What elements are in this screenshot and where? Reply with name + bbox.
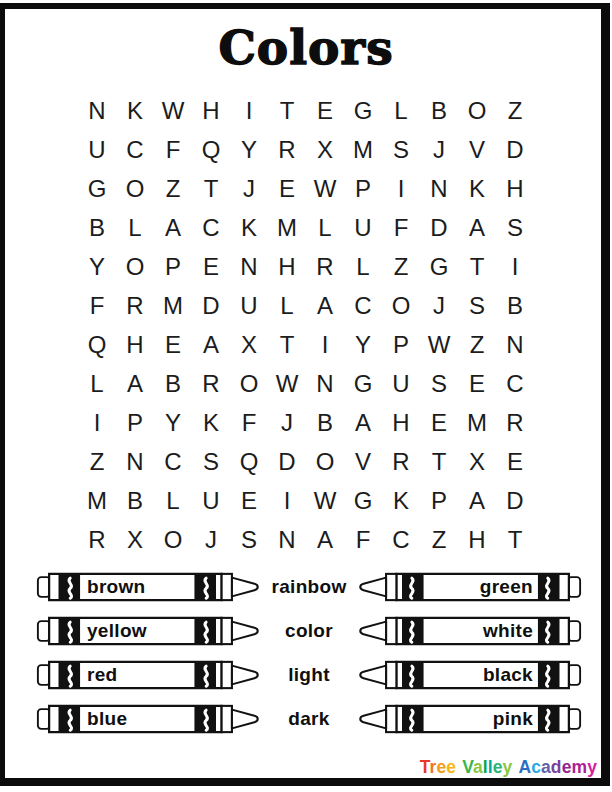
word-label: pink bbox=[493, 708, 533, 730]
grid-letter: F bbox=[230, 403, 268, 442]
grid-letter: D bbox=[192, 286, 230, 325]
grid-letter: T bbox=[496, 520, 534, 559]
grid-letter: T bbox=[420, 442, 458, 481]
grid-letter: P bbox=[382, 325, 420, 364]
grid-letter: K bbox=[230, 208, 268, 247]
grid-letter: O bbox=[116, 247, 154, 286]
grid-letter: E bbox=[230, 481, 268, 520]
crayon-icon bbox=[32, 572, 265, 602]
grid-letter: Z bbox=[496, 91, 534, 130]
grid-letter: O bbox=[306, 442, 344, 481]
word-label: light bbox=[265, 664, 353, 686]
grid-letter: E bbox=[154, 325, 192, 364]
grid-letter: Y bbox=[230, 130, 268, 169]
grid-letter: Y bbox=[78, 247, 116, 286]
grid-letter: M bbox=[268, 208, 306, 247]
grid-letter: X bbox=[230, 325, 268, 364]
grid-letter: P bbox=[116, 403, 154, 442]
word-label: green bbox=[480, 576, 533, 598]
grid-letter: H bbox=[458, 520, 496, 559]
crayon-icon bbox=[353, 572, 586, 602]
crayon-green: green bbox=[353, 572, 586, 602]
grid-letter: B bbox=[78, 208, 116, 247]
grid-letter: J bbox=[420, 130, 458, 169]
grid-letter: R bbox=[116, 286, 154, 325]
grid-letter: H bbox=[192, 91, 230, 130]
grid-letter: C bbox=[344, 286, 382, 325]
grid-letter: R bbox=[192, 364, 230, 403]
grid-letter: N bbox=[116, 442, 154, 481]
grid-letter: H bbox=[382, 403, 420, 442]
grid-letter: L bbox=[116, 208, 154, 247]
brand-letter: e bbox=[436, 757, 446, 777]
grid-letter: Y bbox=[154, 403, 192, 442]
word-label: dark bbox=[265, 708, 353, 730]
grid-letter: A bbox=[306, 520, 344, 559]
grid-letter: L bbox=[78, 364, 116, 403]
grid-letter: R bbox=[496, 403, 534, 442]
grid-letter: H bbox=[116, 325, 154, 364]
grid-letter: L bbox=[344, 247, 382, 286]
grid-letter: N bbox=[420, 169, 458, 208]
grid-letter: N bbox=[78, 91, 116, 130]
grid-letter: Z bbox=[458, 325, 496, 364]
brand-letter: c bbox=[531, 757, 541, 777]
grid-letter: B bbox=[496, 286, 534, 325]
crayon-icon bbox=[32, 616, 265, 646]
grid-letter: G bbox=[78, 169, 116, 208]
word-label: white bbox=[483, 620, 533, 642]
letter-grid: NKWHITEGLBOZUCFQYRXMSJVDGOZTJEWPINKHBLAC… bbox=[78, 91, 534, 559]
grid-letter: J bbox=[230, 169, 268, 208]
brand-letter: y bbox=[503, 757, 513, 777]
grid-letter: Z bbox=[382, 247, 420, 286]
grid-letter: A bbox=[458, 208, 496, 247]
word-label: red bbox=[87, 664, 117, 686]
grid-letter: S bbox=[230, 520, 268, 559]
brand-letter: V bbox=[462, 757, 473, 777]
grid-letter: K bbox=[458, 169, 496, 208]
crayon-icon bbox=[353, 660, 586, 690]
word-list-row: bluedarkpink bbox=[32, 704, 580, 734]
grid-letter: P bbox=[154, 247, 192, 286]
grid-letter: P bbox=[344, 169, 382, 208]
grid-letter: C bbox=[154, 442, 192, 481]
grid-letter: M bbox=[458, 403, 496, 442]
grid-letter: T bbox=[268, 91, 306, 130]
grid-letter: H bbox=[496, 169, 534, 208]
grid-letter: H bbox=[268, 247, 306, 286]
grid-letter: A bbox=[344, 403, 382, 442]
grid-letter: G bbox=[344, 481, 382, 520]
brand-letter: y bbox=[587, 757, 597, 777]
grid-letter: I bbox=[496, 247, 534, 286]
grid-letter: I bbox=[268, 481, 306, 520]
grid-letter: L bbox=[382, 91, 420, 130]
grid-letter: K bbox=[116, 91, 154, 130]
grid-letter: E bbox=[458, 364, 496, 403]
grid-letter: D bbox=[420, 208, 458, 247]
grid-letter: M bbox=[78, 481, 116, 520]
grid-letter: T bbox=[458, 247, 496, 286]
grid-letter: W bbox=[306, 169, 344, 208]
grid-letter: Z bbox=[78, 442, 116, 481]
grid-letter: S bbox=[420, 364, 458, 403]
grid-letter: D bbox=[496, 481, 534, 520]
brand-letter: m bbox=[571, 757, 587, 777]
crayon-red: red bbox=[32, 660, 265, 690]
grid-letter: B bbox=[306, 403, 344, 442]
grid-letter: P bbox=[420, 481, 458, 520]
grid-letter: X bbox=[306, 130, 344, 169]
grid-letter: O bbox=[154, 520, 192, 559]
grid-letter: G bbox=[420, 247, 458, 286]
grid-letter: Q bbox=[230, 442, 268, 481]
word-label: brown bbox=[87, 576, 146, 598]
grid-letter: J bbox=[268, 403, 306, 442]
crayon-blue: blue bbox=[32, 704, 265, 734]
grid-letter: X bbox=[458, 442, 496, 481]
grid-letter: W bbox=[420, 325, 458, 364]
puzzle-title: Colors bbox=[0, 22, 612, 74]
grid-letter: F bbox=[382, 208, 420, 247]
grid-letter: O bbox=[382, 286, 420, 325]
grid-letter: W bbox=[268, 364, 306, 403]
grid-letter: C bbox=[382, 520, 420, 559]
crayon-icon bbox=[32, 660, 265, 690]
grid-letter: D bbox=[496, 130, 534, 169]
brand-letter: d bbox=[551, 757, 562, 777]
grid-letter: U bbox=[344, 208, 382, 247]
grid-letter: C bbox=[192, 208, 230, 247]
grid-letter: J bbox=[192, 520, 230, 559]
grid-letter: N bbox=[496, 325, 534, 364]
word-list-row: yellowcolorwhite bbox=[32, 616, 580, 646]
grid-letter: S bbox=[458, 286, 496, 325]
grid-letter: Z bbox=[420, 520, 458, 559]
grid-letter: R bbox=[306, 247, 344, 286]
grid-letter: Q bbox=[192, 130, 230, 169]
grid-letter: F bbox=[344, 520, 382, 559]
grid-letter: M bbox=[344, 130, 382, 169]
grid-letter: C bbox=[116, 130, 154, 169]
brand-letter: A bbox=[518, 757, 531, 777]
grid-letter: U bbox=[382, 364, 420, 403]
brand-logo: TreeValleyAcademy bbox=[420, 757, 597, 778]
crayon-icon bbox=[353, 704, 586, 734]
brand-letter: e bbox=[446, 757, 456, 777]
crayon-black: black bbox=[353, 660, 586, 690]
grid-letter: R bbox=[268, 130, 306, 169]
grid-letter: S bbox=[382, 130, 420, 169]
word-label: black bbox=[483, 664, 533, 686]
crayon-pink: pink bbox=[353, 704, 586, 734]
word-list-row: brownrainbowgreen bbox=[32, 572, 580, 602]
grid-letter: Q bbox=[78, 325, 116, 364]
grid-letter: I bbox=[230, 91, 268, 130]
grid-letter: B bbox=[420, 91, 458, 130]
grid-letter: N bbox=[306, 364, 344, 403]
brand-letter: T bbox=[420, 757, 430, 777]
grid-letter: E bbox=[268, 169, 306, 208]
grid-letter: K bbox=[192, 403, 230, 442]
grid-letter: R bbox=[78, 520, 116, 559]
grid-letter: S bbox=[496, 208, 534, 247]
grid-letter: T bbox=[192, 169, 230, 208]
grid-letter: E bbox=[306, 91, 344, 130]
crayon-white: white bbox=[353, 616, 586, 646]
word-label: color bbox=[265, 620, 353, 642]
brand-letter: a bbox=[541, 757, 551, 777]
grid-letter: C bbox=[496, 364, 534, 403]
grid-letter: G bbox=[344, 364, 382, 403]
grid-letter: L bbox=[306, 208, 344, 247]
grid-letter: F bbox=[154, 130, 192, 169]
grid-letter: B bbox=[116, 481, 154, 520]
crayon-brown: brown bbox=[32, 572, 265, 602]
grid-letter: O bbox=[458, 91, 496, 130]
grid-letter: L bbox=[154, 481, 192, 520]
word-label: yellow bbox=[87, 620, 147, 642]
brand-letter: e bbox=[562, 757, 572, 777]
grid-letter: O bbox=[116, 169, 154, 208]
grid-letter: D bbox=[268, 442, 306, 481]
crayon-icon bbox=[353, 616, 586, 646]
grid-letter: J bbox=[420, 286, 458, 325]
grid-letter: X bbox=[116, 520, 154, 559]
word-list-row: redlightblack bbox=[32, 660, 580, 690]
grid-letter: Y bbox=[344, 325, 382, 364]
grid-letter: M bbox=[154, 286, 192, 325]
grid-letter: G bbox=[344, 91, 382, 130]
grid-letter: F bbox=[78, 286, 116, 325]
grid-letter: Z bbox=[154, 169, 192, 208]
crayon-icon bbox=[32, 704, 265, 734]
grid-letter: T bbox=[268, 325, 306, 364]
grid-letter: W bbox=[306, 481, 344, 520]
grid-letter: U bbox=[78, 130, 116, 169]
word-list: brownrainbowgreenyellowcolorwhiteredligh… bbox=[0, 572, 612, 734]
grid-letter: W bbox=[154, 91, 192, 130]
grid-letter: U bbox=[192, 481, 230, 520]
grid-letter: R bbox=[382, 442, 420, 481]
word-label: blue bbox=[87, 708, 127, 730]
brand-letter: e bbox=[493, 757, 503, 777]
grid-letter: A bbox=[458, 481, 496, 520]
grid-letter: A bbox=[306, 286, 344, 325]
grid-letter: V bbox=[344, 442, 382, 481]
grid-letter: K bbox=[382, 481, 420, 520]
grid-letter: A bbox=[116, 364, 154, 403]
grid-letter: E bbox=[420, 403, 458, 442]
grid-letter: I bbox=[382, 169, 420, 208]
grid-letter: N bbox=[268, 520, 306, 559]
grid-letter: A bbox=[154, 208, 192, 247]
grid-letter: S bbox=[192, 442, 230, 481]
word-label: rainbow bbox=[265, 576, 353, 598]
grid-letter: E bbox=[192, 247, 230, 286]
grid-letter: I bbox=[306, 325, 344, 364]
grid-letter: A bbox=[192, 325, 230, 364]
brand-letter: a bbox=[473, 757, 483, 777]
grid-letter: L bbox=[268, 286, 306, 325]
grid-letter: E bbox=[496, 442, 534, 481]
crayon-yellow: yellow bbox=[32, 616, 265, 646]
grid-letter: V bbox=[458, 130, 496, 169]
grid-letter: O bbox=[230, 364, 268, 403]
grid-letter: U bbox=[230, 286, 268, 325]
grid-letter: B bbox=[154, 364, 192, 403]
grid-letter: N bbox=[230, 247, 268, 286]
grid-letter: I bbox=[78, 403, 116, 442]
